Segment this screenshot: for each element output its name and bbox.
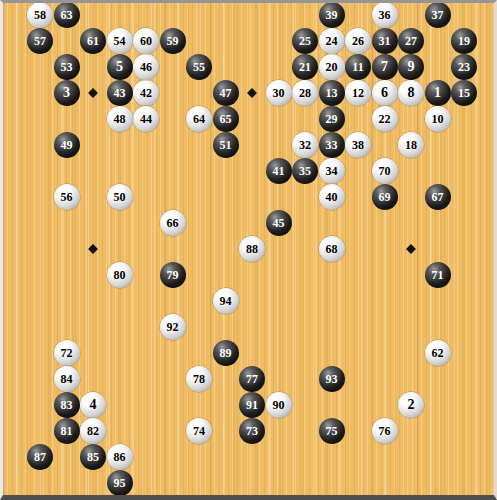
- stone-move-56: 56: [54, 184, 80, 210]
- stone-move-86: 86: [107, 444, 133, 470]
- stone-move-46: 46: [133, 54, 159, 80]
- stone-move-21: 21: [292, 54, 318, 80]
- stone-move-54: 54: [107, 28, 133, 54]
- stone-move-71: 71: [425, 262, 451, 288]
- stone-move-84: 84: [54, 366, 80, 392]
- stone-move-90: 90: [266, 392, 292, 418]
- stone-move-47: 47: [213, 80, 239, 106]
- stone-move-19: 19: [451, 28, 477, 54]
- stone-move-64: 64: [186, 106, 212, 132]
- go-board[interactable]: 1234567891011121315181920212223242526272…: [3, 3, 494, 495]
- stone-move-12: 12: [345, 80, 371, 106]
- stone-move-85: 85: [80, 444, 106, 470]
- stone-move-78: 78: [186, 366, 212, 392]
- stone-move-30: 30: [266, 80, 292, 106]
- stone-move-26: 26: [345, 28, 371, 54]
- stone-move-22: 22: [372, 106, 398, 132]
- stone-move-65: 65: [213, 106, 239, 132]
- star-point: [88, 244, 98, 254]
- star-point: [406, 244, 416, 254]
- stone-move-55: 55: [186, 54, 212, 80]
- stone-move-34: 34: [319, 158, 345, 184]
- stone-move-70: 70: [372, 158, 398, 184]
- stone-move-82: 82: [80, 418, 106, 444]
- stone-move-94: 94: [213, 288, 239, 314]
- stone-move-75: 75: [319, 418, 345, 444]
- stone-move-89: 89: [213, 340, 239, 366]
- stone-move-35: 35: [292, 158, 318, 184]
- stone-move-20: 20: [319, 54, 345, 80]
- stone-move-1: 1: [425, 80, 451, 106]
- stone-move-83: 83: [54, 392, 80, 418]
- stone-move-28: 28: [292, 80, 318, 106]
- stone-move-79: 79: [160, 262, 186, 288]
- stone-move-36: 36: [372, 2, 398, 28]
- stone-move-25: 25: [292, 28, 318, 54]
- stone-move-23: 23: [451, 54, 477, 80]
- stone-move-8: 8: [398, 80, 424, 106]
- go-board-frame: 1234567891011121315181920212223242526272…: [0, 0, 497, 500]
- stone-move-49: 49: [54, 132, 80, 158]
- stone-move-88: 88: [239, 236, 265, 262]
- stone-move-53: 53: [54, 54, 80, 80]
- stone-move-63: 63: [54, 2, 80, 28]
- stone-move-13: 13: [319, 80, 345, 106]
- stone-move-2: 2: [398, 392, 424, 418]
- stone-move-31: 31: [372, 28, 398, 54]
- stone-move-4: 4: [80, 392, 106, 418]
- stone-move-33: 33: [319, 132, 345, 158]
- stone-move-9: 9: [398, 54, 424, 80]
- stone-move-80: 80: [107, 262, 133, 288]
- stone-move-74: 74: [186, 418, 212, 444]
- stone-move-57: 57: [27, 28, 53, 54]
- stone-move-41: 41: [266, 158, 292, 184]
- stone-move-62: 62: [425, 340, 451, 366]
- stone-move-15: 15: [451, 80, 477, 106]
- stone-move-48: 48: [107, 106, 133, 132]
- stone-move-39: 39: [319, 2, 345, 28]
- stone-move-27: 27: [398, 28, 424, 54]
- stone-move-3: 3: [54, 80, 80, 106]
- stone-move-91: 91: [239, 392, 265, 418]
- stone-move-40: 40: [319, 184, 345, 210]
- stone-move-58: 58: [27, 2, 53, 28]
- stone-move-45: 45: [266, 210, 292, 236]
- stone-move-67: 67: [425, 184, 451, 210]
- stone-move-10: 10: [425, 106, 451, 132]
- stone-move-95: 95: [107, 470, 133, 496]
- stone-move-93: 93: [319, 366, 345, 392]
- stone-move-32: 32: [292, 132, 318, 158]
- stone-move-66: 66: [160, 210, 186, 236]
- stone-move-59: 59: [160, 28, 186, 54]
- stone-move-72: 72: [54, 340, 80, 366]
- stone-move-11: 11: [345, 54, 371, 80]
- stone-move-81: 81: [54, 418, 80, 444]
- star-point: [88, 88, 98, 98]
- stone-move-61: 61: [80, 28, 106, 54]
- stone-move-44: 44: [133, 106, 159, 132]
- stone-move-5: 5: [107, 54, 133, 80]
- stone-move-43: 43: [107, 80, 133, 106]
- stone-move-18: 18: [398, 132, 424, 158]
- stone-move-76: 76: [372, 418, 398, 444]
- stone-move-77: 77: [239, 366, 265, 392]
- stone-move-73: 73: [239, 418, 265, 444]
- stone-move-38: 38: [345, 132, 371, 158]
- stone-move-7: 7: [372, 54, 398, 80]
- stone-move-51: 51: [213, 132, 239, 158]
- stone-move-69: 69: [372, 184, 398, 210]
- stone-move-6: 6: [372, 80, 398, 106]
- stone-move-37: 37: [425, 2, 451, 28]
- stone-move-42: 42: [133, 80, 159, 106]
- stone-move-29: 29: [319, 106, 345, 132]
- star-point: [247, 88, 257, 98]
- stone-move-68: 68: [319, 236, 345, 262]
- stone-move-60: 60: [133, 28, 159, 54]
- stone-move-24: 24: [319, 28, 345, 54]
- stone-move-92: 92: [160, 314, 186, 340]
- stone-move-87: 87: [27, 444, 53, 470]
- stone-move-50: 50: [107, 184, 133, 210]
